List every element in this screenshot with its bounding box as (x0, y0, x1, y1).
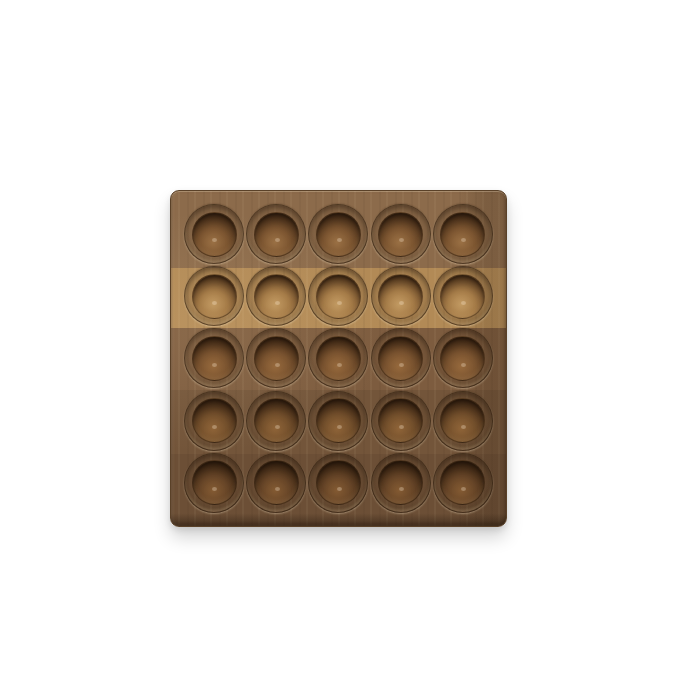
pit-ring (308, 453, 368, 513)
pit-ring (246, 266, 306, 326)
pit-ring (433, 204, 493, 264)
pit-bowl (254, 398, 299, 443)
pit-ring (433, 328, 493, 388)
pit-r4c5[interactable] (432, 390, 494, 452)
pit-r2c4[interactable] (370, 265, 432, 327)
pit-r3c4[interactable] (370, 327, 432, 389)
pit-bowl (378, 460, 423, 505)
pit-ring (433, 266, 493, 326)
pit-r1c1[interactable] (183, 203, 245, 265)
pit-ring (184, 453, 244, 513)
pit-ring (246, 204, 306, 264)
pit-r2c5[interactable] (432, 265, 494, 327)
pit-ring (184, 328, 244, 388)
pit-r1c5[interactable] (432, 203, 494, 265)
pit-bowl (254, 274, 299, 319)
pit-ring (371, 204, 431, 264)
photo-canvas (0, 0, 700, 700)
pit-r4c1[interactable] (183, 390, 245, 452)
pit-ring (246, 328, 306, 388)
pit-bowl (192, 274, 237, 319)
pit-ring (308, 204, 368, 264)
pit-bowl (440, 212, 485, 257)
pit-bowl (192, 398, 237, 443)
pit-bowl (440, 460, 485, 505)
pit-ring (371, 453, 431, 513)
pit-ring (371, 328, 431, 388)
pit-ring (246, 453, 306, 513)
pit-ring (184, 391, 244, 451)
pit-bowl (316, 460, 361, 505)
pit-r4c4[interactable] (370, 390, 432, 452)
pit-bowl (378, 336, 423, 381)
pit-bowl (440, 336, 485, 381)
pit-ring (246, 391, 306, 451)
pit-bowl (378, 212, 423, 257)
pit-bowl (316, 274, 361, 319)
pit-ring (184, 204, 244, 264)
pit-ring (433, 453, 493, 513)
pit-bowl (254, 336, 299, 381)
pit-bowl (440, 274, 485, 319)
pit-bowl (254, 212, 299, 257)
pit-r1c4[interactable] (370, 203, 432, 265)
game-board (170, 190, 507, 527)
pit-r3c1[interactable] (183, 327, 245, 389)
pit-ring (371, 266, 431, 326)
pit-r2c3[interactable] (307, 265, 369, 327)
pit-r3c5[interactable] (432, 327, 494, 389)
pit-bowl (378, 274, 423, 319)
pit-r3c3[interactable] (307, 327, 369, 389)
pit-ring (308, 328, 368, 388)
pit-r5c5[interactable] (432, 452, 494, 514)
pit-bowl (192, 212, 237, 257)
pit-ring (433, 391, 493, 451)
pit-r5c1[interactable] (183, 452, 245, 514)
pit-ring (184, 266, 244, 326)
pit-ring (308, 391, 368, 451)
pit-r3c2[interactable] (245, 327, 307, 389)
pit-bowl (316, 212, 361, 257)
pit-bowl (192, 460, 237, 505)
pit-bowl (378, 398, 423, 443)
pit-bowl (440, 398, 485, 443)
pit-bowl (316, 398, 361, 443)
pit-ring (308, 266, 368, 326)
pit-ring (371, 391, 431, 451)
pit-r4c3[interactable] (307, 390, 369, 452)
pit-r5c3[interactable] (307, 452, 369, 514)
pit-bowl (254, 460, 299, 505)
pit-bowl (316, 336, 361, 381)
pit-r1c2[interactable] (245, 203, 307, 265)
pit-r2c2[interactable] (245, 265, 307, 327)
pit-bowl (192, 336, 237, 381)
pit-r5c2[interactable] (245, 452, 307, 514)
pit-r5c4[interactable] (370, 452, 432, 514)
pit-r1c3[interactable] (307, 203, 369, 265)
pit-r4c2[interactable] (245, 390, 307, 452)
pit-r2c1[interactable] (183, 265, 245, 327)
